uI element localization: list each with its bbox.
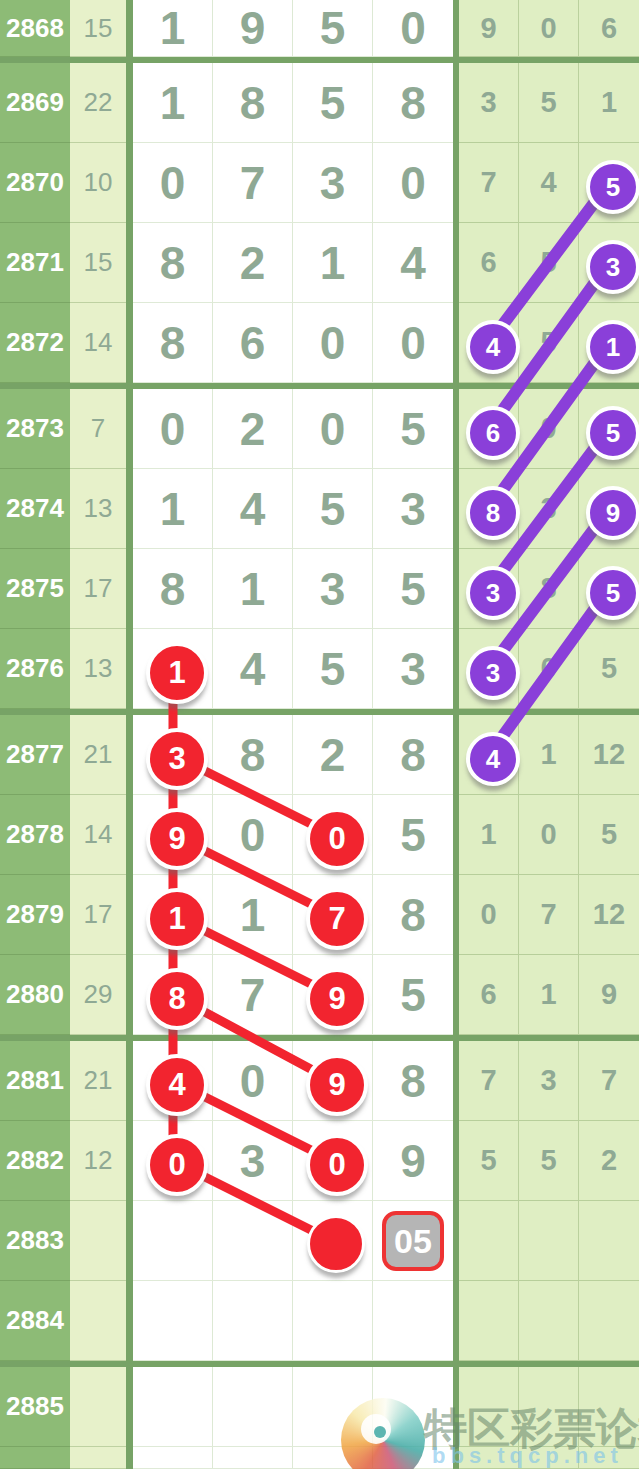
digit-cell: 7 <box>213 143 293 223</box>
digit-cell: 4 <box>213 629 293 709</box>
purple-mark-circle: 3 <box>586 240 639 294</box>
period-cell: 2874 <box>0 469 70 549</box>
period-cell: 2883 <box>0 1201 70 1281</box>
stat-cell: 0 <box>519 629 579 709</box>
digit-cell: 8 <box>373 63 453 143</box>
digit-cell: 3 <box>373 469 453 549</box>
chart-row-2885: 2885 <box>0 1367 639 1447</box>
column-divider <box>126 223 133 303</box>
stat-cell <box>459 1447 519 1469</box>
stat-cell: 7 <box>459 143 519 223</box>
column-divider <box>126 955 133 1035</box>
digit-cell: 0 <box>373 303 453 383</box>
sum-cell: 22 <box>70 63 126 143</box>
stat-cell: 5 <box>579 795 639 875</box>
digit-cell: 8 <box>373 1041 453 1121</box>
period-cell: 2869 <box>0 63 70 143</box>
red-mark-circle: 1 <box>146 888 208 950</box>
sum-cell: 15 <box>70 223 126 303</box>
digit-cell: 3 <box>293 549 373 629</box>
stat-cell: 2 <box>579 1121 639 1201</box>
stat-cell: 9 <box>459 0 519 57</box>
period-cell: 2878 <box>0 795 70 875</box>
stat-cell: 3 <box>519 469 579 549</box>
digit-cell: 5 <box>373 795 453 875</box>
digit-cell: 8 <box>133 303 213 383</box>
purple-mark-circle: 5 <box>586 160 639 214</box>
sum-cell: 7 <box>70 389 126 469</box>
sum-cell <box>70 1281 126 1361</box>
column-divider <box>126 795 133 875</box>
period-cell: 2880 <box>0 955 70 1035</box>
digit-cell: 5 <box>373 549 453 629</box>
stat-cell <box>519 1367 579 1447</box>
column-divider <box>126 0 133 57</box>
sum-cell: 15 <box>70 0 126 57</box>
chart-row-2869: 2869221858351 <box>0 63 639 143</box>
digit-cell: 2 <box>213 389 293 469</box>
red-mark-circle: 0 <box>306 1134 368 1196</box>
digit-cell: 5 <box>293 0 373 57</box>
digit-cell <box>293 1281 373 1361</box>
column-divider <box>126 389 133 469</box>
column-divider <box>126 1447 133 1469</box>
stat-cell: 5 <box>519 63 579 143</box>
digit-cell <box>133 1367 213 1447</box>
column-divider <box>126 63 133 143</box>
stat-cell: 4 <box>519 143 579 223</box>
digit-cell: 8 <box>133 549 213 629</box>
red-mark-circle: 4 <box>146 1054 208 1116</box>
digit-cell: 3 <box>293 143 373 223</box>
digit-cell: 6 <box>213 303 293 383</box>
stat-cell <box>519 1281 579 1361</box>
stat-cell: 5 <box>579 629 639 709</box>
sum-cell: 17 <box>70 875 126 955</box>
period-cell: 2876 <box>0 629 70 709</box>
sum-cell: 13 <box>70 629 126 709</box>
column-divider <box>126 1121 133 1201</box>
purple-mark-circle: 4 <box>466 320 520 374</box>
sum-cell: 14 <box>70 303 126 383</box>
period-cell: 2885 <box>0 1367 70 1447</box>
digit-cell <box>373 1367 453 1447</box>
red-mark-circle: 9 <box>306 968 368 1030</box>
stat-cell: 3 <box>519 1041 579 1121</box>
period-cell: 2877 <box>0 715 70 795</box>
column-divider <box>126 303 133 383</box>
sum-cell <box>70 1447 126 1469</box>
digit-cell <box>293 1367 373 1447</box>
stat-cell: 5 <box>519 303 579 383</box>
digit-cell: 1 <box>293 223 373 303</box>
chart-row-2872: 28721486005 <box>0 303 639 383</box>
digit-cell: 8 <box>213 63 293 143</box>
period-cell: 2868 <box>0 0 70 57</box>
sum-cell: 12 <box>70 1121 126 1201</box>
digit-cell <box>293 1447 373 1469</box>
period-cell: 2875 <box>0 549 70 629</box>
chart-row-2868: 2868151950906 <box>0 0 639 57</box>
sum-cell: 17 <box>70 549 126 629</box>
column-divider <box>126 629 133 709</box>
chart-row-2874: 28741314533 <box>0 469 639 549</box>
period-cell <box>0 1447 70 1469</box>
red-mark-circle: 0 <box>146 1134 208 1196</box>
digit-cell: 9 <box>373 1121 453 1201</box>
red-dot-mark <box>307 1215 365 1273</box>
digit-cell <box>213 1367 293 1447</box>
column-divider <box>126 469 133 549</box>
digit-cell <box>373 1447 453 1469</box>
stat-cell <box>519 1447 579 1469</box>
stat-cell <box>459 1281 519 1361</box>
stat-cell: 1 <box>459 795 519 875</box>
stat-cell <box>459 1201 519 1281</box>
digit-cell: 5 <box>373 389 453 469</box>
red-mark-circle: 0 <box>306 808 368 870</box>
column-divider <box>126 1201 133 1281</box>
digit-cell: 5 <box>293 63 373 143</box>
digit-cell: 0 <box>373 0 453 57</box>
stat-cell: 8 <box>519 549 579 629</box>
stat-cell: 1 <box>519 715 579 795</box>
purple-mark-circle: 3 <box>466 646 520 700</box>
stat-cell: 5 <box>459 1121 519 1201</box>
stat-cell: 12 <box>579 715 639 795</box>
digit-cell: 0 <box>213 795 293 875</box>
stat-cell: 7 <box>519 875 579 955</box>
stat-cell: 9 <box>579 955 639 1035</box>
chart-row-2877: 287721828112 <box>0 715 639 795</box>
digit-cell: 5 <box>293 469 373 549</box>
digit-cell: 1 <box>133 63 213 143</box>
digit-cell: 2 <box>293 715 373 795</box>
sum-cell: 21 <box>70 1041 126 1121</box>
column-divider <box>126 143 133 223</box>
chart-row-2870: 287010073074 <box>0 143 639 223</box>
digit-cell: 8 <box>213 715 293 795</box>
purple-mark-circle: 6 <box>466 406 520 460</box>
stat-cell: 6 <box>459 955 519 1035</box>
digit-cell: 1 <box>213 549 293 629</box>
digit-cell: 4 <box>373 223 453 303</box>
digit-cell: 5 <box>293 629 373 709</box>
column-divider <box>126 715 133 795</box>
digit-cell: 5 <box>373 955 453 1035</box>
digit-cell: 1 <box>133 469 213 549</box>
purple-mark-circle: 4 <box>466 732 520 786</box>
purple-mark-circle: 1 <box>586 320 639 374</box>
chart-row-2884: 2884 <box>0 1281 639 1361</box>
column-divider <box>126 1281 133 1361</box>
stat-cell <box>519 1201 579 1281</box>
digit-cell: 1 <box>133 0 213 57</box>
chart-row-2875: 28751781358 <box>0 549 639 629</box>
red-mark-circle: 9 <box>306 1054 368 1116</box>
stat-cell: 0 <box>519 0 579 57</box>
stat-cell: 1 <box>519 955 579 1035</box>
digit-cell <box>133 1201 213 1281</box>
digit-cell: 1 <box>213 875 293 955</box>
digit-cell: 8 <box>373 875 453 955</box>
stat-cell <box>579 1281 639 1361</box>
stat-cell: 7 <box>459 1041 519 1121</box>
digit-cell <box>213 1447 293 1469</box>
digit-cell: 2 <box>213 223 293 303</box>
period-cell: 2872 <box>0 303 70 383</box>
pending-value-box: 05 <box>382 1211 444 1271</box>
column-divider <box>126 1041 133 1121</box>
sum-cell <box>70 1201 126 1281</box>
digit-cell: 8 <box>133 223 213 303</box>
sum-cell: 29 <box>70 955 126 1035</box>
stat-cell: 0 <box>459 875 519 955</box>
red-mark-circle: 7 <box>306 888 368 950</box>
sum-cell: 10 <box>70 143 126 223</box>
digit-cell: 0 <box>293 389 373 469</box>
stat-cell: 6 <box>579 0 639 57</box>
stat-cell: 3 <box>459 63 519 143</box>
digit-cell: 7 <box>213 955 293 1035</box>
period-cell: 2873 <box>0 389 70 469</box>
red-mark-circle: 9 <box>146 808 208 870</box>
stat-cell: 12 <box>579 875 639 955</box>
digit-cell <box>373 1281 453 1361</box>
column-divider <box>126 1367 133 1447</box>
period-cell: 2884 <box>0 1281 70 1361</box>
digit-cell <box>133 1281 213 1361</box>
purple-mark-circle: 8 <box>466 486 520 540</box>
digit-cell: 0 <box>373 143 453 223</box>
period-cell: 2871 <box>0 223 70 303</box>
stat-cell <box>459 1367 519 1447</box>
sum-cell: 14 <box>70 795 126 875</box>
column-divider <box>126 875 133 955</box>
digit-cell <box>213 1281 293 1361</box>
red-mark-circle: 3 <box>146 728 208 790</box>
digit-cell: 3 <box>213 1121 293 1201</box>
stat-cell <box>579 1201 639 1281</box>
purple-mark-circle: 9 <box>586 486 639 540</box>
sum-cell: 13 <box>70 469 126 549</box>
digit-cell: 9 <box>213 0 293 57</box>
chart-row-2873: 2873702050 <box>0 389 639 469</box>
stat-cell <box>579 1367 639 1447</box>
purple-mark-circle: 5 <box>586 566 639 620</box>
chart-row-partial <box>0 1447 639 1469</box>
red-mark-circle: 8 <box>146 968 208 1030</box>
purple-mark-circle: 5 <box>586 406 639 460</box>
stat-cell: 7 <box>579 1041 639 1121</box>
stat-cell: 0 <box>519 389 579 469</box>
digit-cell: 0 <box>133 143 213 223</box>
digit-cell: 4 <box>213 469 293 549</box>
chart-row-2871: 287115821465 <box>0 223 639 303</box>
stat-cell: 5 <box>519 223 579 303</box>
purple-mark-circle: 3 <box>466 566 520 620</box>
period-cell: 2882 <box>0 1121 70 1201</box>
period-cell: 2870 <box>0 143 70 223</box>
stat-cell: 1 <box>579 63 639 143</box>
digit-cell <box>133 1447 213 1469</box>
red-mark-circle: 1 <box>146 642 208 704</box>
digit-cell: 0 <box>133 389 213 469</box>
column-divider <box>126 549 133 629</box>
digit-cell: 0 <box>293 303 373 383</box>
lottery-trend-chart: 2868151950906286922185835128701007307428… <box>0 0 639 1469</box>
digit-cell: 3 <box>373 629 453 709</box>
digit-cell <box>213 1201 293 1281</box>
sum-cell: 21 <box>70 715 126 795</box>
stat-cell: 5 <box>519 1121 579 1201</box>
digit-cell: 0 <box>213 1041 293 1121</box>
chart-row-2876: 28761345305 <box>0 629 639 709</box>
stat-cell: 6 <box>459 223 519 303</box>
stat-cell: 0 <box>519 795 579 875</box>
stat-cell <box>579 1447 639 1469</box>
sum-cell <box>70 1367 126 1447</box>
period-cell: 2879 <box>0 875 70 955</box>
digit-cell: 8 <box>373 715 453 795</box>
period-cell: 2881 <box>0 1041 70 1121</box>
